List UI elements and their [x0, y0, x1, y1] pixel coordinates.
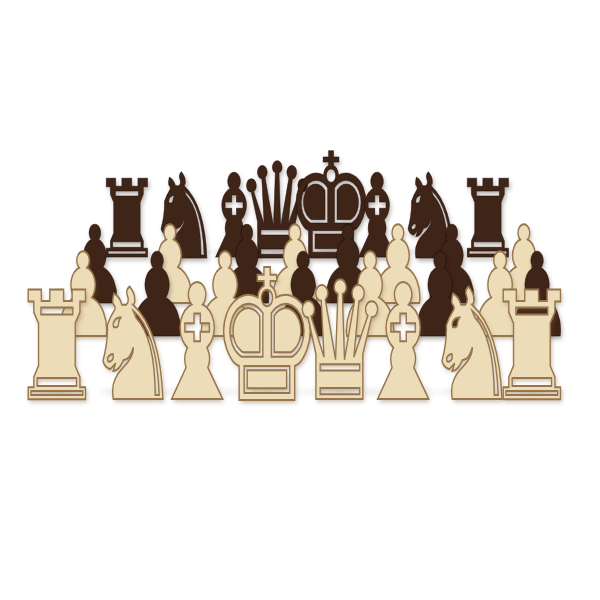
light-rook: ♜ — [486, 272, 577, 422]
chess-set-product-photo: ♜♞♝♛♚♝♞♜♟♟♟♟♟♟♟♟♟♟♟♟♟♟♟♟♜♞♝♚♛♝♞♜ — [0, 0, 600, 600]
